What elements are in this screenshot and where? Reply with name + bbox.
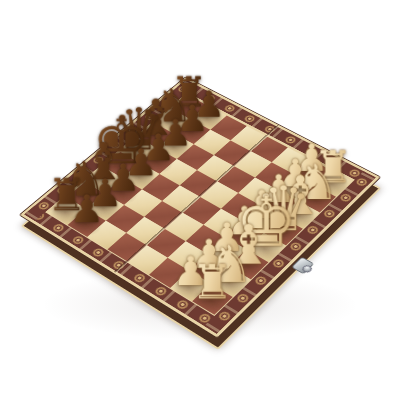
product-photo: ♜♟♟♜♞♟♟♞♝♟♟♝♛♟♟♛♚♟♟♚♝♟♟♝♞♟♟♞♜♟♟♜ [0,0,400,400]
piece-white-rook: ♜ [191,258,233,305]
piece-black-pawn: ♟ [69,190,103,228]
